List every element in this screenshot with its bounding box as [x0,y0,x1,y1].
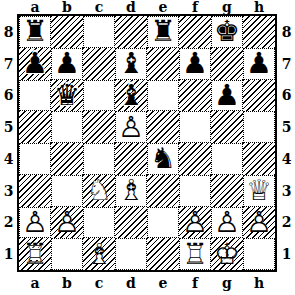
file-bottom-f: f [179,272,211,294]
file-bottom-g: g [211,272,243,294]
rank-right-1: 1 [278,238,295,270]
white-queen-h3[interactable]: ♛♕ [244,176,274,206]
rank-left-4: 4 [0,143,17,175]
square-f6[interactable] [179,80,211,112]
rank-right-2: 2 [278,207,295,239]
black-king-g8[interactable]: ♚♚ [212,17,242,47]
piece-glyph: ♝ [118,81,144,110]
file-top-h: h [243,0,275,14]
rank-right-7: 7 [278,48,295,80]
rank-right-8: 8 [278,16,295,48]
rank-right-6: 6 [278,80,295,112]
square-b5[interactable] [51,111,83,143]
white-pawn-a2[interactable]: ♟♙ [20,208,50,238]
black-bishop-d6[interactable]: ♝♝ [115,80,147,112]
square-d1[interactable] [115,238,147,270]
square-g4[interactable] [211,143,243,175]
square-d5[interactable]: ♟♙ [115,111,147,143]
square-c2[interactable] [83,207,115,239]
piece-glyph: ♘ [86,176,112,205]
piece-glyph: ♗ [118,176,144,205]
square-a4[interactable] [19,143,51,175]
square-c7[interactable] [83,48,115,80]
piece-glyph: ♙ [22,208,48,237]
white-rook-a1[interactable]: ♜♖ [19,238,51,270]
square-g1[interactable]: ♚♔ [211,238,243,270]
square-d4[interactable] [115,143,147,175]
file-top-a: a [19,0,51,14]
file-bottom-c: c [83,272,115,294]
square-d6[interactable]: ♝♝ [115,80,147,112]
square-h7[interactable]: ♟♟ [243,48,275,80]
square-g5[interactable] [211,111,243,143]
square-f3[interactable] [179,175,211,207]
rank-left-5: 5 [0,111,17,143]
piece-glyph: ♔ [214,240,240,269]
piece-glyph: ♟ [22,49,48,78]
chess-board: ♜♜♜♜♚♚♟♟♟♟♝♝♟♟♟♟♛♛♝♝♟♟♟♙♞♞♞♘♝♗♛♕♟♙♟♙♟♙♟♙… [17,14,277,272]
rank-left-1: 1 [0,238,17,270]
square-e6[interactable] [147,80,179,112]
piece-glyph: ♙ [54,208,80,237]
black-pawn-h7[interactable]: ♟♟ [244,49,274,79]
piece-glyph: ♙ [118,113,144,142]
square-d2[interactable] [115,207,147,239]
square-e7[interactable] [147,48,179,80]
file-top-g: g [211,0,243,14]
white-pawn-g2[interactable]: ♟♙ [212,208,242,238]
file-top-b: b [51,0,83,14]
white-pawn-d5[interactable]: ♟♙ [116,112,146,142]
file-top-d: d [115,0,147,14]
square-c1[interactable]: ♝♗ [83,238,115,270]
white-rook-f1[interactable]: ♜♖ [180,239,210,269]
piece-glyph: ♖ [182,240,208,269]
square-h1[interactable] [243,238,275,270]
white-pawn-f2[interactable]: ♟♙ [179,207,211,239]
piece-glyph: ♗ [86,240,112,269]
piece-glyph: ♟ [214,81,240,110]
square-f7[interactable]: ♟♟ [179,48,211,80]
square-f5[interactable] [179,111,211,143]
white-pawn-b2[interactable]: ♟♙ [51,207,83,239]
piece-glyph: ♜ [150,17,176,46]
file-bottom-b: b [51,272,83,294]
square-b3[interactable] [51,175,83,207]
square-a3[interactable] [19,175,51,207]
file-top-c: c [83,0,115,14]
square-e1[interactable] [147,238,179,270]
white-pawn-h2[interactable]: ♟♙ [243,207,275,239]
square-e4[interactable]: ♞♞ [147,143,179,175]
piece-glyph: ♙ [246,208,272,237]
piece-glyph: ♛ [54,81,80,110]
square-b2[interactable]: ♟♙ [51,207,83,239]
square-a2[interactable]: ♟♙ [19,207,51,239]
square-f1[interactable]: ♜♖ [179,238,211,270]
rank-right-3: 3 [278,175,295,207]
file-top-f: f [179,0,211,14]
square-h5[interactable] [243,111,275,143]
piece-glyph: ♙ [214,208,240,237]
black-knight-e4[interactable]: ♞♞ [148,144,178,174]
square-g6[interactable]: ♟♟ [211,80,243,112]
square-c3[interactable]: ♞♘ [83,175,115,207]
piece-glyph: ♜ [22,17,48,46]
piece-glyph: ♝ [118,49,144,78]
square-g8[interactable]: ♚♚ [211,16,243,48]
white-bishop-c1[interactable]: ♝♗ [83,238,115,270]
square-c5[interactable] [83,111,115,143]
black-pawn-f7[interactable]: ♟♟ [180,49,210,79]
file-bottom-d: d [115,272,147,294]
piece-glyph: ♟ [54,49,80,78]
rank-left-7: 7 [0,48,17,80]
black-queen-b6[interactable]: ♛♛ [51,80,83,112]
white-knight-c3[interactable]: ♞♘ [83,175,115,207]
square-a5[interactable] [19,111,51,143]
piece-glyph: ♕ [246,176,272,205]
file-bottom-a: a [19,272,51,294]
square-c6[interactable] [83,80,115,112]
square-b4[interactable] [51,143,83,175]
square-b1[interactable] [51,238,83,270]
square-h6[interactable] [243,80,275,112]
rank-left-2: 2 [0,207,17,239]
square-b6[interactable]: ♛♛ [51,80,83,112]
square-h4[interactable] [243,143,275,175]
white-king-g1[interactable]: ♚♔ [211,238,243,270]
square-a1[interactable]: ♜♖ [19,238,51,270]
square-c4[interactable] [83,143,115,175]
black-rook-a8[interactable]: ♜♜ [20,17,50,47]
piece-glyph: ♙ [182,208,208,237]
black-bishop-d7[interactable]: ♝♝ [116,49,146,79]
square-e8[interactable]: ♜♜ [147,16,179,48]
square-g3[interactable] [211,175,243,207]
square-e2[interactable] [147,207,179,239]
file-top-e: e [147,0,179,14]
square-g2[interactable]: ♟♙ [211,207,243,239]
file-bottom-e: e [147,272,179,294]
white-bishop-d3[interactable]: ♝♗ [116,176,146,206]
piece-glyph: ♚ [214,17,240,46]
rank-left-8: 8 [0,16,17,48]
square-f4[interactable] [179,143,211,175]
piece-glyph: ♟ [246,49,272,78]
black-rook-e8[interactable]: ♜♜ [148,17,178,47]
black-pawn-g6[interactable]: ♟♟ [212,81,242,111]
square-h3[interactable]: ♛♕ [243,175,275,207]
square-e3[interactable] [147,175,179,207]
black-pawn-a7[interactable]: ♟♟ [19,48,51,80]
file-bottom-h: h [243,272,275,294]
piece-glyph: ♖ [22,240,48,269]
chess-diagram: ♜♜♜♜♚♚♟♟♟♟♝♝♟♟♟♟♛♛♝♝♟♟♟♙♞♞♞♘♝♗♛♕♟♙♟♙♟♙♟♙… [0,0,295,295]
rank-left-3: 3 [0,175,17,207]
square-d3[interactable]: ♝♗ [115,175,147,207]
square-a6[interactable] [19,80,51,112]
black-pawn-b7[interactable]: ♟♟ [52,49,82,79]
square-h2[interactable]: ♟♙ [243,207,275,239]
piece-glyph: ♟ [182,49,208,78]
rank-right-4: 4 [278,143,295,175]
rank-right-5: 5 [278,111,295,143]
square-f2[interactable]: ♟♙ [179,207,211,239]
square-c8[interactable] [83,16,115,48]
rank-left-6: 6 [0,80,17,112]
piece-glyph: ♞ [150,144,176,173]
square-a7[interactable]: ♟♟ [19,48,51,80]
